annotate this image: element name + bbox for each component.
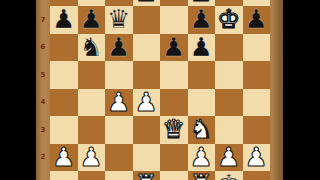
video-frame: ♜♜♟♟♛♟♚♟♞♟♟♟♟♟♛♞♟♟♟♟♟♜♜♚ 87654321 [0, 0, 320, 180]
square-g7[interactable]: ♚ [215, 6, 243, 34]
square-h6[interactable] [243, 34, 271, 62]
square-d7[interactable] [133, 6, 161, 34]
square-b3[interactable] [78, 116, 106, 144]
square-b2[interactable]: ♟ [78, 144, 106, 172]
square-f7[interactable]: ♟ [188, 6, 216, 34]
square-b4[interactable] [78, 89, 106, 117]
piece-black-pawn[interactable]: ♟ [190, 6, 213, 34]
square-c3[interactable] [105, 116, 133, 144]
piece-white-rook[interactable]: ♜ [190, 171, 213, 180]
piece-white-pawn[interactable]: ♟ [245, 144, 268, 172]
square-g2[interactable]: ♟ [215, 144, 243, 172]
piece-black-pawn[interactable]: ♟ [107, 34, 130, 62]
square-h3[interactable] [243, 116, 271, 144]
square-g3[interactable] [215, 116, 243, 144]
square-a1[interactable] [50, 171, 78, 180]
piece-white-pawn[interactable]: ♟ [135, 89, 158, 117]
rank-label-5: 5 [36, 71, 50, 79]
square-h5[interactable] [243, 61, 271, 89]
square-e7[interactable] [160, 6, 188, 34]
square-a2[interactable]: ♟ [50, 144, 78, 172]
square-d4[interactable]: ♟ [133, 89, 161, 117]
square-b6[interactable]: ♞ [78, 34, 106, 62]
letterbox-left [0, 0, 36, 180]
square-g5[interactable] [215, 61, 243, 89]
square-c6[interactable]: ♟ [105, 34, 133, 62]
piece-white-pawn[interactable]: ♟ [107, 89, 130, 117]
piece-white-pawn[interactable]: ♟ [190, 144, 213, 172]
square-a4[interactable] [50, 89, 78, 117]
chess-board: ♜♜♟♟♛♟♚♟♞♟♟♟♟♟♛♞♟♟♟♟♟♜♜♚ [50, 0, 270, 180]
piece-black-king[interactable]: ♚ [217, 171, 240, 180]
square-g1[interactable]: ♚ [215, 171, 243, 180]
square-f6[interactable]: ♟ [188, 34, 216, 62]
piece-white-queen[interactable]: ♛ [162, 116, 185, 144]
piece-black-pawn[interactable]: ♟ [80, 6, 103, 34]
square-d5[interactable] [133, 61, 161, 89]
piece-black-pawn[interactable]: ♟ [52, 6, 75, 34]
square-e5[interactable] [160, 61, 188, 89]
square-a6[interactable] [50, 34, 78, 62]
square-f2[interactable]: ♟ [188, 144, 216, 172]
rank-label-3: 3 [36, 126, 50, 134]
rank-label-4: 4 [36, 98, 50, 106]
square-d3[interactable] [133, 116, 161, 144]
square-e2[interactable] [160, 144, 188, 172]
piece-white-rook[interactable]: ♜ [135, 171, 158, 180]
letterbox-right [283, 0, 320, 180]
piece-white-king[interactable]: ♚ [217, 6, 240, 34]
piece-black-pawn[interactable]: ♟ [162, 34, 185, 62]
square-a7[interactable]: ♟ [50, 6, 78, 34]
square-h2[interactable]: ♟ [243, 144, 271, 172]
square-e1[interactable] [160, 171, 188, 180]
piece-white-pawn[interactable]: ♟ [52, 144, 75, 172]
rank-label-7: 7 [36, 16, 50, 24]
square-f4[interactable] [188, 89, 216, 117]
square-d6[interactable] [133, 34, 161, 62]
piece-black-pawn[interactable]: ♟ [245, 6, 268, 34]
piece-black-knight[interactable]: ♞ [80, 34, 103, 62]
square-c7[interactable]: ♛ [105, 6, 133, 34]
rank-label-6: 6 [36, 43, 50, 51]
square-f3[interactable]: ♞ [188, 116, 216, 144]
square-c2[interactable] [105, 144, 133, 172]
square-d1[interactable]: ♜ [133, 171, 161, 180]
piece-black-queen[interactable]: ♛ [107, 6, 130, 34]
square-h7[interactable]: ♟ [243, 6, 271, 34]
square-h4[interactable] [243, 89, 271, 117]
square-e6[interactable]: ♟ [160, 34, 188, 62]
square-e3[interactable]: ♛ [160, 116, 188, 144]
square-a5[interactable] [50, 61, 78, 89]
square-f5[interactable] [188, 61, 216, 89]
piece-white-pawn[interactable]: ♟ [217, 144, 240, 172]
piece-black-pawn[interactable]: ♟ [190, 34, 213, 62]
piece-white-pawn[interactable]: ♟ [80, 144, 103, 172]
rank-label-2: 2 [36, 153, 50, 161]
square-c5[interactable] [105, 61, 133, 89]
square-e4[interactable] [160, 89, 188, 117]
square-b1[interactable] [78, 171, 106, 180]
piece-white-knight[interactable]: ♞ [190, 116, 213, 144]
square-c1[interactable] [105, 171, 133, 180]
square-f1[interactable]: ♜ [188, 171, 216, 180]
square-b7[interactable]: ♟ [78, 6, 106, 34]
square-g4[interactable] [215, 89, 243, 117]
square-a3[interactable] [50, 116, 78, 144]
square-g6[interactable] [215, 34, 243, 62]
square-c4[interactable]: ♟ [105, 89, 133, 117]
square-b5[interactable] [78, 61, 106, 89]
square-d2[interactable] [133, 144, 161, 172]
square-h1[interactable] [243, 171, 271, 180]
